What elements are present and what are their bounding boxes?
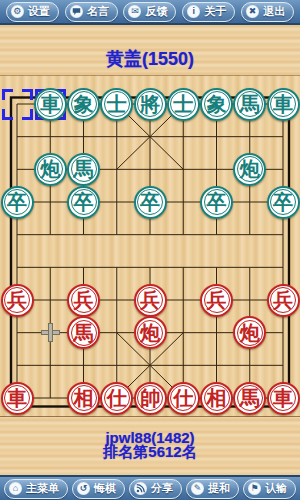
flag-icon: ⚑ [248, 482, 261, 495]
piece-red-兵-r6c0[interactable]: 兵 [1, 284, 34, 317]
piece-black-馬-r2c2[interactable]: 馬 [67, 153, 100, 186]
bottom-button-label: 提和 [208, 481, 230, 496]
bottom-button-pencil[interactable]: ✎提和 [186, 479, 239, 499]
piece-character: 相 [207, 388, 227, 408]
piece-red-車-r9c8[interactable]: 車 [267, 382, 300, 415]
piece-black-象-r0c2[interactable]: 象 [67, 88, 100, 121]
piece-red-兵-r6c6[interactable]: 兵 [200, 284, 233, 317]
piece-character: 帥 [140, 388, 160, 408]
bottom-button-undo[interactable]: ↺悔棋 [72, 479, 125, 499]
piece-character: 車 [273, 388, 293, 408]
piece-black-士-r0c5[interactable]: 士 [167, 88, 200, 121]
app-window: ⚙设置名言✉反馈i关于✖退出 黄盖(1550) 車象士將士象馬車炮馬炮卒卒卒卒卒… [0, 0, 300, 500]
bottom-toolbar: ⌂主菜单↺悔棋分享✎提和⚑认输 [0, 475, 300, 500]
piece-character: 仕 [107, 388, 127, 408]
piece-black-卒-r3c0[interactable]: 卒 [1, 186, 34, 219]
piece-character: 兵 [207, 290, 227, 310]
player-rank-label: 排名第5612名 [0, 443, 300, 462]
piece-red-兵-r6c4[interactable]: 兵 [134, 284, 167, 317]
piece-black-炮-r2c7[interactable]: 炮 [233, 153, 266, 186]
top-toolbar: ⚙设置名言✉反馈i关于✖退出 [0, 0, 300, 25]
piece-character: 象 [207, 94, 227, 114]
piece-red-馬-r7c2[interactable]: 馬 [67, 316, 100, 349]
bottom-button-rss[interactable]: 分享 [129, 479, 182, 499]
piece-red-帥-r9c4[interactable]: 帥 [134, 382, 167, 415]
piece-character: 象 [74, 94, 94, 114]
piece-character: 炮 [240, 159, 260, 179]
piece-character: 車 [273, 94, 293, 114]
close-icon: ✖ [246, 5, 259, 18]
info-icon: i [187, 5, 200, 18]
piece-black-將-r0c4[interactable]: 將 [134, 88, 167, 121]
piece-red-相-r9c6[interactable]: 相 [200, 382, 233, 415]
piece-character: 馬 [74, 322, 94, 342]
piece-character: 兵 [74, 290, 94, 310]
top-button-close[interactable]: ✖退出 [241, 2, 294, 22]
piece-black-士-r0c3[interactable]: 士 [100, 88, 133, 121]
piece-character: 馬 [240, 94, 260, 114]
piece-character: 士 [107, 94, 127, 114]
piece-character: 馬 [74, 159, 94, 179]
top-button-label: 反馈 [145, 4, 167, 19]
piece-red-車-r9c0[interactable]: 車 [1, 382, 34, 415]
bottom-button-home[interactable]: ⌂主菜单 [4, 479, 68, 499]
top-button-gear[interactable]: ⚙设置 [6, 2, 59, 22]
piece-character: 兵 [140, 290, 160, 310]
top-button-speech-bubble[interactable]: 名言 [65, 2, 118, 22]
piece-character: 士 [173, 94, 193, 114]
board-surface[interactable]: 車象士將士象馬車炮馬炮卒卒卒卒卒兵兵兵兵兵馬炮炮車相仕帥仕相馬車 [0, 0, 300, 500]
rss-icon [134, 482, 147, 495]
piece-character: 馬 [240, 388, 260, 408]
top-button-envelope[interactable]: ✉反馈 [123, 2, 176, 22]
piece-black-卒-r3c4[interactable]: 卒 [134, 186, 167, 219]
gear-icon: ⚙ [11, 5, 24, 18]
bottom-button-flag[interactable]: ⚑认输 [243, 479, 296, 499]
piece-black-卒-r3c8[interactable]: 卒 [267, 186, 300, 219]
piece-red-兵-r6c8[interactable]: 兵 [267, 284, 300, 317]
piece-black-炮-r2c1[interactable]: 炮 [34, 153, 67, 186]
opponent-name-label: 黄盖(1550) [0, 47, 300, 71]
top-button-label: 关于 [204, 4, 226, 19]
piece-red-仕-r9c3[interactable]: 仕 [100, 382, 133, 415]
piece-character: 卒 [140, 192, 160, 212]
bottom-button-label: 主菜单 [26, 481, 59, 496]
pencil-icon: ✎ [191, 482, 204, 495]
piece-character: 仕 [173, 388, 193, 408]
piece-black-車-r0c1[interactable]: 車 [34, 88, 67, 121]
piece-character: 兵 [273, 290, 293, 310]
piece-black-卒-r3c6[interactable]: 卒 [200, 186, 233, 219]
last-move-marker [2, 89, 33, 120]
piece-character: 相 [74, 388, 94, 408]
piece-character: 車 [7, 388, 27, 408]
piece-character: 卒 [207, 192, 227, 212]
bottom-button-label: 分享 [151, 481, 173, 496]
piece-red-相-r9c2[interactable]: 相 [67, 382, 100, 415]
piece-character: 卒 [7, 192, 27, 212]
piece-character: 炮 [140, 322, 160, 342]
top-button-label: 设置 [28, 4, 50, 19]
piece-character: 炮 [240, 322, 260, 342]
piece-character: 兵 [7, 290, 27, 310]
piece-black-馬-r0c7[interactable]: 馬 [233, 88, 266, 121]
piece-character: 將 [140, 94, 160, 114]
piece-character: 卒 [74, 192, 94, 212]
speech-bubble-icon [70, 5, 83, 18]
piece-black-卒-r3c2[interactable]: 卒 [67, 186, 100, 219]
piece-red-馬-r9c7[interactable]: 馬 [233, 382, 266, 415]
cursor-cross [41, 323, 60, 342]
piece-red-兵-r6c2[interactable]: 兵 [67, 284, 100, 317]
top-button-info[interactable]: i关于 [182, 2, 235, 22]
top-button-label: 名言 [87, 4, 109, 19]
bottom-button-label: 认输 [265, 481, 287, 496]
envelope-icon: ✉ [128, 5, 141, 18]
piece-character: 卒 [273, 192, 293, 212]
piece-red-炮-r7c4[interactable]: 炮 [134, 316, 167, 349]
piece-character: 炮 [40, 159, 60, 179]
undo-icon: ↺ [77, 482, 90, 495]
top-button-label: 退出 [263, 4, 285, 19]
piece-black-象-r0c6[interactable]: 象 [200, 88, 233, 121]
board-grid [0, 0, 300, 500]
piece-character: 車 [40, 94, 60, 114]
piece-black-車-r0c8[interactable]: 車 [267, 88, 300, 121]
piece-red-仕-r9c5[interactable]: 仕 [167, 382, 200, 415]
bottom-button-label: 悔棋 [94, 481, 116, 496]
home-icon: ⌂ [9, 482, 22, 495]
